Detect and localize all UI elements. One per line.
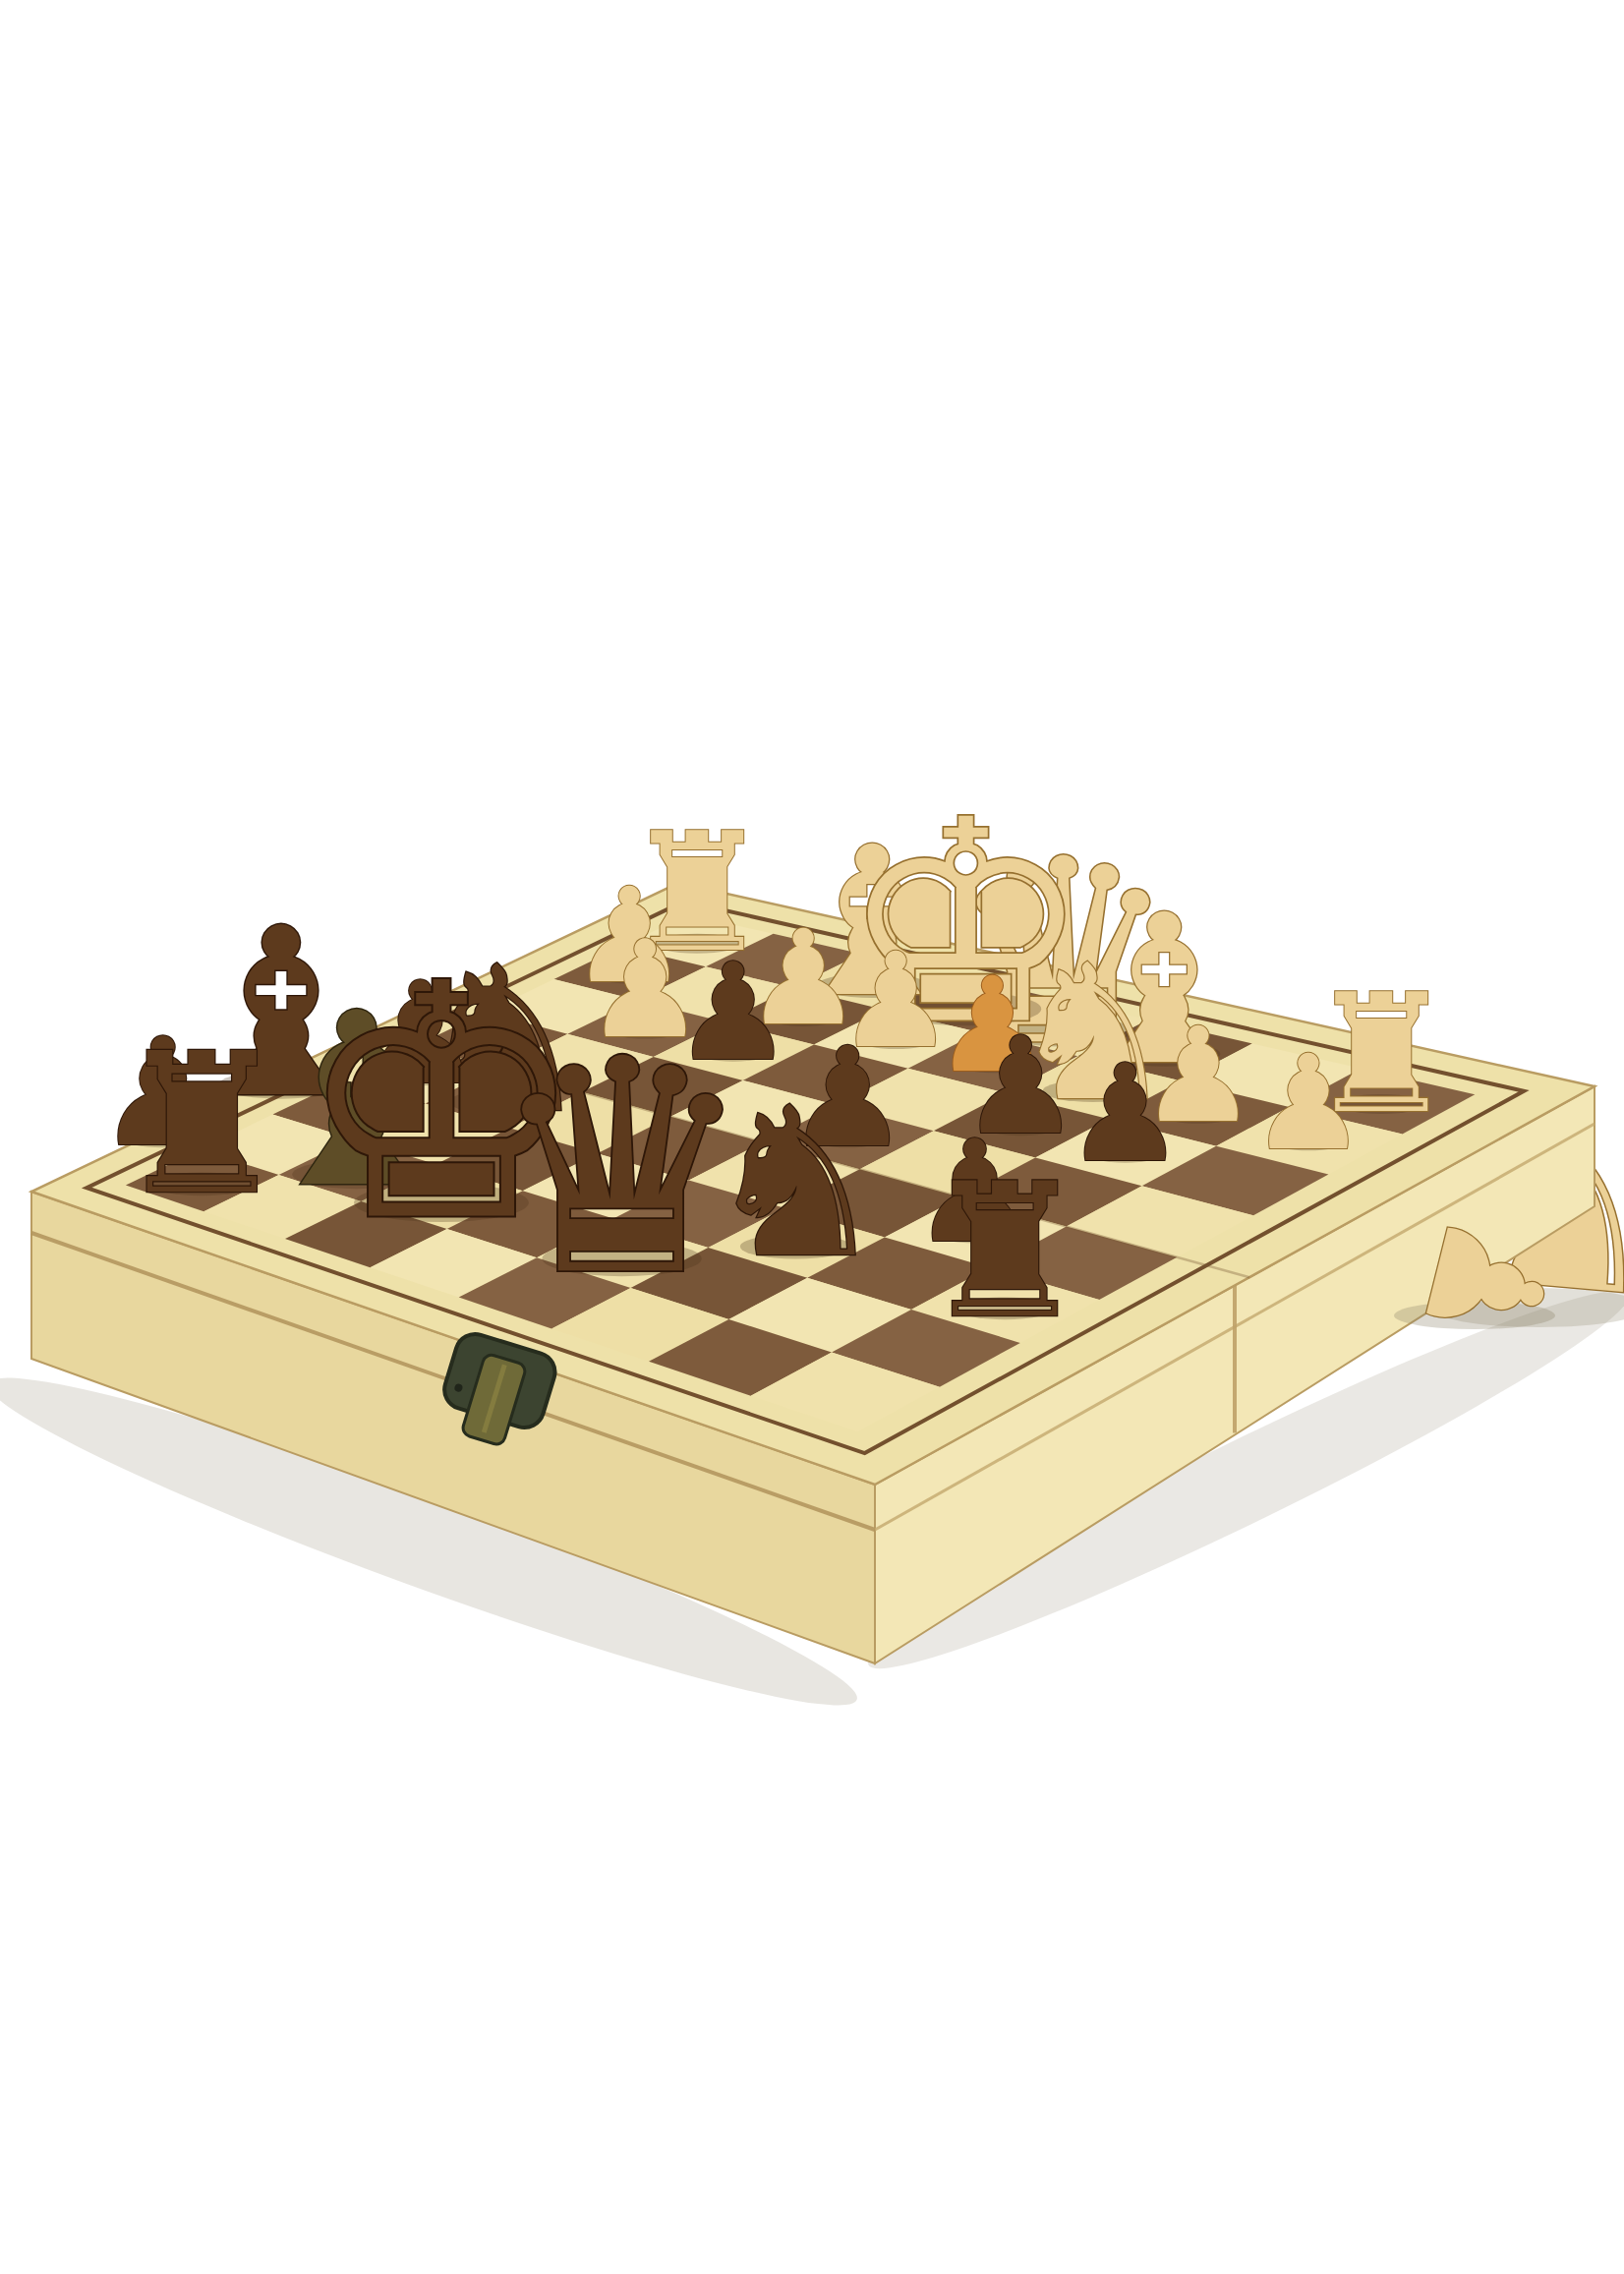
chess-box-photo-scene: ♞♜♜♝♝♛♚♞♟♟♟♟♟♟♟♟♟♟♟♞♟♟♝♜♞♝♚♛♟♜♟ <box>0 0 1624 2274</box>
piece-black-queen-d7-icon: ♛ <box>490 996 754 1340</box>
piece-black-rook-a6-icon: ♜ <box>921 1143 1087 1360</box>
chess-scene-svg: ♞♜♜♝♝♛♚♞♟♟♟♟♟♟♟♟♟♟♟♞♟♟♝♜♞♝♚♛♟♜♟ <box>0 0 1624 2274</box>
piece-white-pawn-a2-icon: ♟ <box>1249 1026 1366 1179</box>
piece-black-rook-h8-icon: ♜ <box>115 1012 289 1238</box>
